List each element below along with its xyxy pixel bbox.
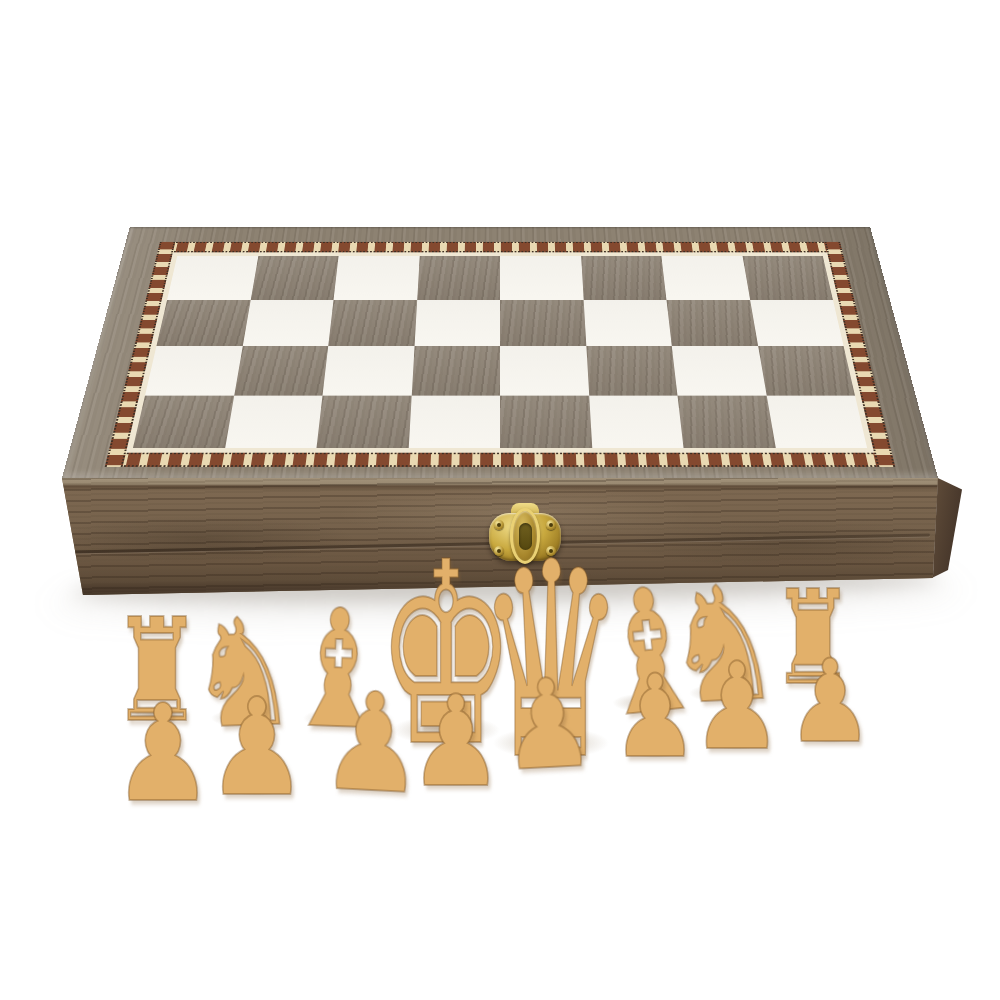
- piece-pawn-15[interactable]: ♟: [691, 647, 783, 767]
- piece-pawn-9[interactable]: ♟: [112, 687, 214, 821]
- piece-pawn-14[interactable]: ♟: [611, 660, 698, 774]
- piece-pawn-13[interactable]: ♟: [498, 661, 598, 789]
- chess-pieces-layer: ♜♞♝♚♛♝♞♜♟♟♟♟♟♟♟♟: [0, 0, 1000, 1000]
- piece-pawn-16[interactable]: ♟: [786, 645, 873, 759]
- piece-pawn-10[interactable]: ♟: [206, 681, 308, 815]
- product-photo-scene: ♜♞♝♚♛♝♞♜♟♟♟♟♟♟♟♟: [0, 0, 1000, 1000]
- piece-pawn-12[interactable]: ♟: [408, 679, 504, 805]
